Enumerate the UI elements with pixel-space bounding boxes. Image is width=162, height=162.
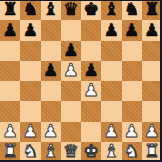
square-h3[interactable] — [142, 101, 162, 121]
square-g1[interactable]: ♞ — [122, 142, 142, 162]
square-h8[interactable]: ♜ — [142, 0, 162, 20]
black-pawn[interactable]: ♟ — [144, 21, 160, 39]
square-g5[interactable] — [122, 61, 142, 81]
black-knight[interactable]: ♞ — [124, 1, 140, 19]
white-rook[interactable]: ♜ — [2, 143, 18, 161]
white-pawn[interactable]: ♟ — [23, 122, 39, 140]
square-g3[interactable] — [122, 101, 142, 121]
square-a5[interactable] — [0, 61, 20, 81]
square-e3[interactable] — [81, 101, 101, 121]
square-e1[interactable]: ♚ — [81, 142, 101, 162]
square-b5[interactable] — [20, 61, 40, 81]
white-bishop[interactable]: ♝ — [104, 143, 120, 161]
square-f6[interactable] — [101, 41, 121, 61]
white-knight[interactable]: ♞ — [124, 143, 140, 161]
white-knight[interactable]: ♞ — [23, 143, 39, 161]
square-c3[interactable] — [41, 101, 61, 121]
black-pawn[interactable]: ♟ — [63, 41, 79, 59]
square-h4[interactable] — [142, 81, 162, 101]
white-bishop[interactable]: ♝ — [43, 143, 59, 161]
white-pawn[interactable]: ♟ — [124, 122, 140, 140]
square-e2[interactable] — [81, 122, 101, 142]
square-d4[interactable] — [61, 81, 81, 101]
square-c6[interactable] — [41, 41, 61, 61]
square-c8[interactable]: ♝ — [41, 0, 61, 20]
square-h6[interactable] — [142, 41, 162, 61]
square-e4[interactable]: ♟ — [81, 81, 101, 101]
black-pawn[interactable]: ♟ — [83, 62, 99, 80]
black-pawn[interactable]: ♟ — [104, 21, 120, 39]
square-f2[interactable]: ♟ — [101, 122, 121, 142]
square-g4[interactable] — [122, 81, 142, 101]
square-a2[interactable]: ♟ — [0, 122, 20, 142]
black-pawn[interactable]: ♟ — [43, 62, 59, 80]
square-g6[interactable] — [122, 41, 142, 61]
white-pawn[interactable]: ♟ — [2, 122, 18, 140]
square-c5[interactable]: ♟ — [41, 61, 61, 81]
square-a1[interactable]: ♜ — [0, 142, 20, 162]
square-d8[interactable]: ♛ — [61, 0, 81, 20]
square-b2[interactable]: ♟ — [20, 122, 40, 142]
square-f7[interactable]: ♟ — [101, 20, 121, 40]
white-queen[interactable]: ♛ — [63, 143, 79, 161]
square-g8[interactable]: ♞ — [122, 0, 142, 20]
square-e5[interactable]: ♟ — [81, 61, 101, 81]
square-b6[interactable] — [20, 41, 40, 61]
square-h2[interactable]: ♟ — [142, 122, 162, 142]
white-rook[interactable]: ♜ — [144, 143, 160, 161]
square-a6[interactable] — [0, 41, 20, 61]
square-f8[interactable]: ♝ — [101, 0, 121, 20]
black-pawn[interactable]: ♟ — [23, 21, 39, 39]
black-knight[interactable]: ♞ — [23, 1, 39, 19]
black-rook[interactable]: ♜ — [2, 1, 18, 19]
square-h1[interactable]: ♜ — [142, 142, 162, 162]
square-b3[interactable] — [20, 101, 40, 121]
square-f1[interactable]: ♝ — [101, 142, 121, 162]
square-a4[interactable] — [0, 81, 20, 101]
square-c1[interactable]: ♝ — [41, 142, 61, 162]
black-rook[interactable]: ♜ — [144, 1, 160, 19]
square-d5[interactable]: ♟ — [61, 61, 81, 81]
chess-board: ♜♞♝♛♚♝♞♜♟♟♟♟♟♟♟♟♟♟♟♟♟♟♟♟♜♞♝♛♚♝♞♜ — [0, 0, 162, 162]
white-pawn[interactable]: ♟ — [104, 122, 120, 140]
white-pawn[interactable]: ♟ — [63, 62, 79, 80]
square-g2[interactable]: ♟ — [122, 122, 142, 142]
square-d1[interactable]: ♛ — [61, 142, 81, 162]
square-b1[interactable]: ♞ — [20, 142, 40, 162]
square-d6[interactable]: ♟ — [61, 41, 81, 61]
square-e8[interactable]: ♚ — [81, 0, 101, 20]
square-h5[interactable] — [142, 61, 162, 81]
square-c4[interactable] — [41, 81, 61, 101]
square-f3[interactable] — [101, 101, 121, 121]
square-b7[interactable]: ♟ — [20, 20, 40, 40]
square-e7[interactable] — [81, 20, 101, 40]
square-a8[interactable]: ♜ — [0, 0, 20, 20]
square-e6[interactable] — [81, 41, 101, 61]
square-d7[interactable] — [61, 20, 81, 40]
square-b4[interactable] — [20, 81, 40, 101]
black-pawn[interactable]: ♟ — [124, 21, 140, 39]
black-king[interactable]: ♚ — [83, 1, 99, 19]
square-c2[interactable]: ♟ — [41, 122, 61, 142]
white-pawn[interactable]: ♟ — [83, 82, 99, 100]
black-bishop[interactable]: ♝ — [43, 1, 59, 19]
square-d2[interactable] — [61, 122, 81, 142]
square-g7[interactable]: ♟ — [122, 20, 142, 40]
square-c7[interactable] — [41, 20, 61, 40]
black-bishop[interactable]: ♝ — [104, 1, 120, 19]
square-a3[interactable] — [0, 101, 20, 121]
white-pawn[interactable]: ♟ — [144, 122, 160, 140]
square-h7[interactable]: ♟ — [142, 20, 162, 40]
square-f5[interactable] — [101, 61, 121, 81]
square-f4[interactable] — [101, 81, 121, 101]
white-pawn[interactable]: ♟ — [43, 122, 59, 140]
square-b8[interactable]: ♞ — [20, 0, 40, 20]
white-king[interactable]: ♚ — [83, 143, 99, 161]
square-a7[interactable]: ♟ — [0, 20, 20, 40]
black-pawn[interactable]: ♟ — [2, 21, 18, 39]
black-queen[interactable]: ♛ — [63, 1, 79, 19]
square-d3[interactable] — [61, 101, 81, 121]
